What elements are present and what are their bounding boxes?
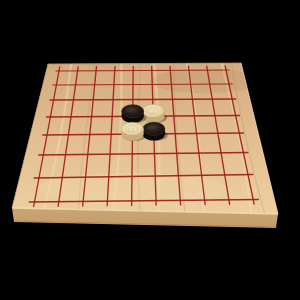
- board-photo: [0, 0, 300, 300]
- game-board[interactable]: [0, 0, 300, 300]
